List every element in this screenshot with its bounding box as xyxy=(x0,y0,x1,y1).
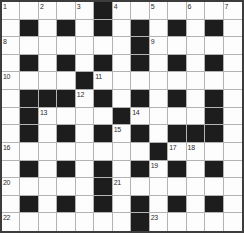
block-cell-r7c11 xyxy=(205,125,223,143)
cell-r2c8[interactable]: 9 xyxy=(150,37,168,55)
crossword-grid: 1234567891011121314151617181920212223 xyxy=(0,0,244,233)
clue-number-10: 10 xyxy=(3,72,10,81)
clue-number-23: 23 xyxy=(151,213,158,222)
cell-r0c4[interactable]: 3 xyxy=(76,2,94,20)
block-cell-r9c7 xyxy=(131,161,149,179)
cell-r5c0[interactable] xyxy=(2,90,20,108)
clue-number-3: 3 xyxy=(77,2,81,11)
clue-number-16: 16 xyxy=(3,143,10,152)
block-cell-r4c4 xyxy=(76,72,94,90)
block-cell-r7c5 xyxy=(94,125,112,143)
block-cell-r1c5 xyxy=(94,20,112,38)
cell-r4c5[interactable]: 11 xyxy=(94,72,112,90)
cell-r10c12[interactable] xyxy=(224,178,242,196)
cell-r2c1[interactable] xyxy=(20,37,38,55)
cell-r7c8[interactable] xyxy=(150,125,168,143)
clue-number-1: 1 xyxy=(3,2,7,11)
cell-r5c8[interactable] xyxy=(150,90,168,108)
block-cell-r1c9 xyxy=(168,20,186,38)
cell-r12c10[interactable] xyxy=(187,213,205,231)
cell-r11c8[interactable] xyxy=(150,196,168,214)
block-cell-r1c3 xyxy=(57,20,75,38)
block-cell-r1c7 xyxy=(131,20,149,38)
cell-r2c2[interactable] xyxy=(39,37,57,55)
cell-r8c1[interactable] xyxy=(20,143,38,161)
clue-number-5: 5 xyxy=(151,2,155,11)
cell-r12c8[interactable]: 23 xyxy=(150,213,168,231)
cell-r5c10[interactable] xyxy=(187,90,205,108)
cell-r3c4[interactable] xyxy=(76,55,94,73)
cell-r7c12[interactable] xyxy=(224,125,242,143)
cell-r2c0[interactable]: 8 xyxy=(2,37,20,55)
cell-r0c6[interactable]: 4 xyxy=(113,2,131,20)
cell-r5c4[interactable]: 12 xyxy=(76,90,94,108)
block-cell-r5c1 xyxy=(20,90,38,108)
cell-r11c0[interactable] xyxy=(2,196,20,214)
cell-r6c2[interactable]: 13 xyxy=(39,108,57,126)
cell-r9c8[interactable]: 19 xyxy=(150,161,168,179)
cell-r4c7[interactable] xyxy=(131,72,149,90)
cell-r4c11[interactable] xyxy=(205,72,223,90)
clue-number-20: 20 xyxy=(3,178,10,187)
cell-r4c8[interactable] xyxy=(150,72,168,90)
block-cell-r11c1 xyxy=(20,196,38,214)
clue-number-18: 18 xyxy=(188,143,195,152)
cell-r4c1[interactable] xyxy=(20,72,38,90)
cell-r12c12[interactable] xyxy=(224,213,242,231)
cell-r0c12[interactable]: 7 xyxy=(224,2,242,20)
cell-r9c12[interactable] xyxy=(224,161,242,179)
cell-r12c4[interactable] xyxy=(76,213,94,231)
block-cell-r11c5 xyxy=(94,196,112,214)
cell-r7c2[interactable] xyxy=(39,125,57,143)
cell-r4c10[interactable] xyxy=(187,72,205,90)
cell-r6c7[interactable]: 14 xyxy=(131,108,149,126)
block-cell-r11c3 xyxy=(57,196,75,214)
block-cell-r5c5 xyxy=(94,90,112,108)
cell-r2c12[interactable] xyxy=(224,37,242,55)
cell-r6c12[interactable] xyxy=(224,108,242,126)
cell-r5c12[interactable] xyxy=(224,90,242,108)
cell-r6c4[interactable] xyxy=(76,108,94,126)
cell-r0c9[interactable] xyxy=(168,2,186,20)
cell-r4c2[interactable] xyxy=(39,72,57,90)
cell-r8c5[interactable] xyxy=(94,143,112,161)
block-cell-r3c5 xyxy=(94,55,112,73)
cell-r12c5[interactable] xyxy=(94,213,112,231)
cell-r0c1[interactable] xyxy=(20,2,38,20)
clue-number-13: 13 xyxy=(40,108,47,117)
block-cell-r8c8 xyxy=(150,143,168,161)
cell-r3c2[interactable] xyxy=(39,55,57,73)
cell-r4c6[interactable] xyxy=(113,72,131,90)
block-cell-r1c1 xyxy=(20,20,38,38)
cell-r10c1[interactable] xyxy=(20,178,38,196)
clue-number-22: 22 xyxy=(3,213,10,222)
cell-r11c6[interactable] xyxy=(113,196,131,214)
block-cell-r1c11 xyxy=(205,20,223,38)
block-cell-r7c7 xyxy=(131,125,149,143)
cell-r2c3[interactable] xyxy=(57,37,75,55)
cell-r9c10[interactable] xyxy=(187,161,205,179)
block-cell-r9c1 xyxy=(20,161,38,179)
block-cell-r11c7 xyxy=(131,196,149,214)
block-cell-r7c1 xyxy=(20,125,38,143)
block-cell-r6c6 xyxy=(113,108,131,126)
block-cell-r2c7 xyxy=(131,37,149,55)
block-cell-r5c11 xyxy=(205,90,223,108)
cell-r0c3[interactable] xyxy=(57,2,75,20)
cell-r9c6[interactable] xyxy=(113,161,131,179)
cell-r10c0[interactable]: 20 xyxy=(2,178,20,196)
cell-r6c10[interactable] xyxy=(187,108,205,126)
cell-r8c7[interactable] xyxy=(131,143,149,161)
block-cell-r7c10 xyxy=(187,125,205,143)
cell-r10c11[interactable] xyxy=(205,178,223,196)
cell-r1c8[interactable] xyxy=(150,20,168,38)
cell-r4c0[interactable]: 10 xyxy=(2,72,20,90)
cell-r0c11[interactable] xyxy=(205,2,223,20)
cell-r10c4[interactable] xyxy=(76,178,94,196)
cell-r2c11[interactable] xyxy=(205,37,223,55)
cell-r9c4[interactable] xyxy=(76,161,94,179)
cell-r3c12[interactable] xyxy=(224,55,242,73)
clue-number-14: 14 xyxy=(132,108,139,117)
cell-r12c3[interactable] xyxy=(57,213,75,231)
block-cell-r5c9 xyxy=(168,90,186,108)
block-cell-r9c11 xyxy=(205,161,223,179)
cell-r4c9[interactable] xyxy=(168,72,186,90)
clue-number-17: 17 xyxy=(169,143,176,152)
cell-r10c8[interactable] xyxy=(150,178,168,196)
cell-r11c10[interactable] xyxy=(187,196,205,214)
clue-number-11: 11 xyxy=(95,72,102,81)
block-cell-r0c5 xyxy=(94,2,112,20)
cell-r0c2[interactable]: 2 xyxy=(39,2,57,20)
clue-number-4: 4 xyxy=(114,2,118,11)
cell-r0c10[interactable]: 6 xyxy=(187,2,205,20)
cell-r10c3[interactable] xyxy=(57,178,75,196)
cell-r3c10[interactable] xyxy=(187,55,205,73)
cell-r3c6[interactable] xyxy=(113,55,131,73)
clue-number-6: 6 xyxy=(188,2,192,11)
cell-r10c6[interactable]: 21 xyxy=(113,178,131,196)
cell-r1c6[interactable] xyxy=(113,20,131,38)
cell-r1c0[interactable] xyxy=(2,20,20,38)
cell-r1c10[interactable] xyxy=(187,20,205,38)
cell-r8c11[interactable] xyxy=(205,143,223,161)
cell-r1c4[interactable] xyxy=(76,20,94,38)
block-cell-r5c3 xyxy=(57,90,75,108)
block-cell-r5c2 xyxy=(39,90,57,108)
block-cell-r3c11 xyxy=(205,55,223,73)
cell-r12c1[interactable] xyxy=(20,213,38,231)
cell-r10c7[interactable] xyxy=(131,178,149,196)
cell-r12c9[interactable] xyxy=(168,213,186,231)
cell-r11c4[interactable] xyxy=(76,196,94,214)
cell-r1c12[interactable] xyxy=(224,20,242,38)
block-cell-r12c7 xyxy=(131,213,149,231)
cell-r4c12[interactable] xyxy=(224,72,242,90)
cell-r6c3[interactable] xyxy=(57,108,75,126)
clue-number-2: 2 xyxy=(40,2,44,11)
cell-r2c4[interactable] xyxy=(76,37,94,55)
clue-number-8: 8 xyxy=(3,37,7,46)
cell-r8c2[interactable] xyxy=(39,143,57,161)
cell-r8c3[interactable] xyxy=(57,143,75,161)
cell-r12c6[interactable] xyxy=(113,213,131,231)
block-cell-r9c9 xyxy=(168,161,186,179)
block-cell-r7c3 xyxy=(57,125,75,143)
cell-r12c0[interactable]: 22 xyxy=(2,213,20,231)
cell-r2c6[interactable] xyxy=(113,37,131,55)
cell-r3c0[interactable] xyxy=(2,55,20,73)
cell-r6c0[interactable] xyxy=(2,108,20,126)
cell-r6c8[interactable] xyxy=(150,108,168,126)
block-cell-r6c11 xyxy=(205,108,223,126)
cell-r8c6[interactable] xyxy=(113,143,131,161)
cell-r8c9[interactable]: 17 xyxy=(168,143,186,161)
cell-r0c8[interactable]: 5 xyxy=(150,2,168,20)
cell-r8c12[interactable] xyxy=(224,143,242,161)
clue-number-7: 7 xyxy=(225,2,229,11)
cell-r8c4[interactable] xyxy=(76,143,94,161)
cell-r3c8[interactable] xyxy=(150,55,168,73)
cell-r1c2[interactable] xyxy=(39,20,57,38)
cell-r0c0[interactable]: 1 xyxy=(2,2,20,20)
cell-r12c2[interactable] xyxy=(39,213,57,231)
cell-r7c6[interactable]: 15 xyxy=(113,125,131,143)
cell-r6c5[interactable] xyxy=(94,108,112,126)
cell-r10c9[interactable] xyxy=(168,178,186,196)
block-cell-r9c5 xyxy=(94,161,112,179)
page: 1234567891011121314151617181920212223 xyxy=(0,0,244,240)
cell-r12c11[interactable] xyxy=(205,213,223,231)
block-cell-r3c7 xyxy=(131,55,149,73)
clue-number-21: 21 xyxy=(114,178,121,187)
cell-r6c9[interactable] xyxy=(168,108,186,126)
cell-r8c10[interactable]: 18 xyxy=(187,143,205,161)
cell-r5c6[interactable] xyxy=(113,90,131,108)
cell-r4c3[interactable] xyxy=(57,72,75,90)
cell-r0c7[interactable] xyxy=(131,2,149,20)
cell-r11c12[interactable] xyxy=(224,196,242,214)
clue-number-19: 19 xyxy=(151,161,158,170)
block-cell-r3c9 xyxy=(168,55,186,73)
clue-number-12: 12 xyxy=(77,90,84,99)
block-cell-r5c7 xyxy=(131,90,149,108)
block-cell-r9c3 xyxy=(57,161,75,179)
cell-r2c5[interactable] xyxy=(94,37,112,55)
cell-r10c10[interactable] xyxy=(187,178,205,196)
clue-number-9: 9 xyxy=(151,37,155,46)
clue-number-15: 15 xyxy=(114,125,121,134)
cell-r8c0[interactable]: 16 xyxy=(2,143,20,161)
cell-r2c9[interactable] xyxy=(168,37,186,55)
block-cell-r3c3 xyxy=(57,55,75,73)
block-cell-r11c9 xyxy=(168,196,186,214)
cell-r9c0[interactable] xyxy=(2,161,20,179)
cell-r10c2[interactable] xyxy=(39,178,57,196)
block-cell-r7c9 xyxy=(168,125,186,143)
block-cell-r6c1 xyxy=(20,108,38,126)
cell-r9c2[interactable] xyxy=(39,161,57,179)
cell-r7c0[interactable] xyxy=(2,125,20,143)
block-cell-r10c5 xyxy=(94,178,112,196)
cell-r7c4[interactable] xyxy=(76,125,94,143)
cell-r2c10[interactable] xyxy=(187,37,205,55)
block-cell-r3c1 xyxy=(20,55,38,73)
cell-r11c2[interactable] xyxy=(39,196,57,214)
block-cell-r11c11 xyxy=(205,196,223,214)
